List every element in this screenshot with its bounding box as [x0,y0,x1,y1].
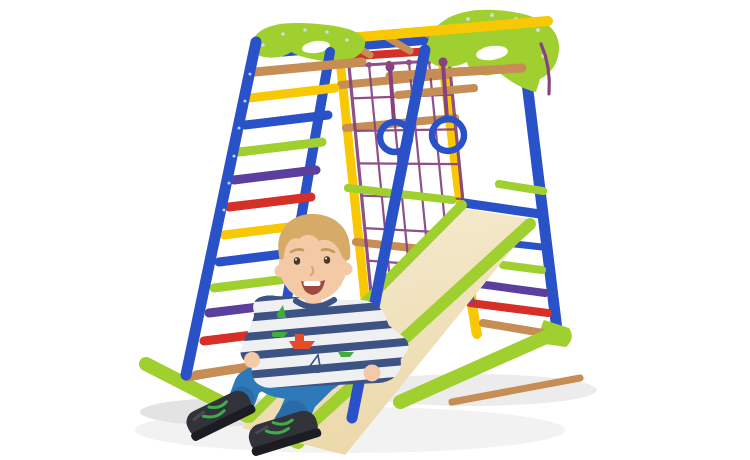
boat-print-red-cabin [295,334,304,341]
strap-knot [439,58,448,67]
arch-screw [536,28,540,32]
arch-screw [345,38,349,42]
arch-screw [466,17,470,21]
product-photo [0,0,750,460]
boy-left-hand [244,352,260,368]
arch-screw [261,43,265,47]
arch-screw [325,30,329,34]
strap-knot [386,63,395,72]
right-ladder-rung [503,265,542,270]
net-knot [406,60,412,66]
boy-right-hand [364,365,381,382]
eye [294,257,300,265]
rail-screw [227,181,230,184]
boy-left-arm [252,318,266,352]
rail-screw [243,99,246,102]
rail-screw [248,72,251,75]
net-knot [366,62,372,68]
eye [324,256,330,264]
rail-screw [222,208,225,211]
rail-screw [232,154,235,157]
net-line [358,163,459,164]
eye-glint [295,259,297,261]
arch-screw [490,13,494,17]
eye-glint [325,258,327,260]
arch-screw [281,32,285,36]
rail-screw [237,126,240,129]
teeth [304,281,321,286]
arch-screw [303,28,307,32]
climbing-gym-scene [0,0,750,460]
